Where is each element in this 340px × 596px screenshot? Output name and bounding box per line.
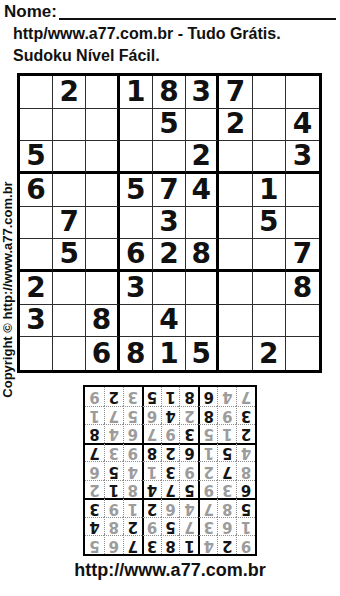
solution-cell-r8c6: 6 bbox=[142, 406, 161, 425]
puzzle-cell-r6c6: 8 bbox=[186, 239, 219, 272]
solution-cell-r1c6: 3 bbox=[142, 535, 161, 554]
puzzle-cell-r1c5: 8 bbox=[153, 76, 186, 109]
solution-cell-r7c9: 8 bbox=[85, 424, 104, 443]
puzzle-cell-r1c1[interactable] bbox=[20, 76, 53, 109]
solution-cell-r9c5: 1 bbox=[161, 387, 180, 406]
site-url-line: http/www.a77.com.br - Tudo Grátis. bbox=[13, 25, 281, 43]
footer-url: http://www.a77.com.br bbox=[0, 560, 340, 581]
solution-cell-r8c4: 2 bbox=[179, 406, 198, 425]
puzzle-cell-r9c9[interactable] bbox=[286, 337, 319, 370]
puzzle-cell-r9c5: 1 bbox=[153, 337, 186, 370]
puzzle-cell-r5c7[interactable] bbox=[219, 207, 252, 240]
solution-cell-r8c5: 4 bbox=[161, 406, 180, 425]
solution-cell-r9c6: 5 bbox=[142, 387, 161, 406]
solution-cell-r7c8: 4 bbox=[104, 424, 123, 443]
solution-cell-r1c2: 2 bbox=[217, 535, 236, 554]
puzzle-cell-r4c1: 6 bbox=[20, 174, 53, 207]
solution-cell-r1c1: 9 bbox=[236, 535, 255, 554]
puzzle-cell-r8c7[interactable] bbox=[219, 305, 252, 338]
solution-cell-r1c7: 7 bbox=[123, 535, 142, 554]
puzzle-cell-r7c4: 3 bbox=[120, 272, 153, 305]
puzzle-cell-r8c2[interactable] bbox=[53, 305, 86, 338]
puzzle-cell-r3c9: 3 bbox=[286, 141, 319, 174]
solution-cell-r4c1: 6 bbox=[236, 480, 255, 499]
puzzle-cell-r5c9[interactable] bbox=[286, 207, 319, 240]
puzzle-cell-r4c8: 1 bbox=[253, 174, 286, 207]
puzzle-cell-r4c6: 4 bbox=[186, 174, 219, 207]
puzzle-cell-r3c6: 2 bbox=[186, 141, 219, 174]
solution-cell-r9c1: 7 bbox=[236, 387, 255, 406]
puzzle-cell-r2c4[interactable] bbox=[120, 109, 153, 142]
solution-cell-r3c1: 5 bbox=[236, 498, 255, 517]
solution-cell-r4c4: 5 bbox=[179, 480, 198, 499]
solution-cell-r2c5: 5 bbox=[161, 517, 180, 536]
puzzle-cell-r7c2[interactable] bbox=[53, 272, 86, 305]
puzzle-cell-r7c7[interactable] bbox=[219, 272, 252, 305]
solution-cell-r4c9: 2 bbox=[85, 480, 104, 499]
name-blank-line[interactable] bbox=[59, 2, 336, 20]
puzzle-cell-r2c7: 2 bbox=[219, 109, 252, 142]
solution-cell-r1c8: 6 bbox=[104, 535, 123, 554]
solution-cell-r6c4: 6 bbox=[179, 443, 198, 462]
worksheet-page: Nome: http/www.a77.com.br - Tudo Grátis.… bbox=[0, 0, 340, 596]
solution-cell-r2c3: 3 bbox=[198, 517, 217, 536]
puzzle-cell-r1c9[interactable] bbox=[286, 76, 319, 109]
solution-cell-r3c8: 9 bbox=[104, 498, 123, 517]
puzzle-cell-r6c4: 6 bbox=[120, 239, 153, 272]
puzzle-cell-r4c4: 5 bbox=[120, 174, 153, 207]
puzzle-cell-r6c1[interactable] bbox=[20, 239, 53, 272]
solution-cell-r6c6: 8 bbox=[142, 443, 161, 462]
solution-cell-r8c9: 1 bbox=[85, 406, 104, 425]
solution-cell-r9c8: 2 bbox=[104, 387, 123, 406]
solution-cell-r6c5: 2 bbox=[161, 443, 180, 462]
puzzle-cell-r5c3[interactable] bbox=[86, 207, 119, 240]
puzzle-cell-r8c4[interactable] bbox=[120, 305, 153, 338]
puzzle-cell-r3c4[interactable] bbox=[120, 141, 153, 174]
solution-cell-r3c9: 3 bbox=[85, 498, 104, 517]
solution-cell-r5c8: 5 bbox=[104, 461, 123, 480]
puzzle-cell-r6c2: 5 bbox=[53, 239, 86, 272]
puzzle-cell-r6c9: 7 bbox=[286, 239, 319, 272]
solution-cell-r9c3: 6 bbox=[198, 387, 217, 406]
solution-cell-r9c4: 8 bbox=[179, 387, 198, 406]
puzzle-cell-r3c5[interactable] bbox=[153, 141, 186, 174]
solution-cell-r7c7: 6 bbox=[123, 424, 142, 443]
puzzle-cell-r3c1: 5 bbox=[20, 141, 53, 174]
puzzle-cell-r4c9[interactable] bbox=[286, 174, 319, 207]
solution-cell-r7c4: 3 bbox=[179, 424, 198, 443]
puzzle-cell-r5c2: 7 bbox=[53, 207, 86, 240]
puzzle-cell-r5c4[interactable] bbox=[120, 207, 153, 240]
puzzle-cell-r8c5: 4 bbox=[153, 305, 186, 338]
solution-cell-r4c5: 7 bbox=[161, 480, 180, 499]
puzzle-cell-r8c9[interactable] bbox=[286, 305, 319, 338]
puzzle-cell-r3c2[interactable] bbox=[53, 141, 86, 174]
name-label: Nome: bbox=[4, 2, 57, 22]
puzzle-cell-r3c7[interactable] bbox=[219, 141, 252, 174]
solution-cell-r5c7: 4 bbox=[123, 461, 142, 480]
puzzle-cell-r8c8[interactable] bbox=[253, 305, 286, 338]
solution-cell-r7c3: 5 bbox=[198, 424, 217, 443]
solution-cell-r5c5: 3 bbox=[161, 461, 180, 480]
solution-cell-r4c7: 8 bbox=[123, 480, 142, 499]
solution-cell-r8c1: 3 bbox=[236, 406, 255, 425]
puzzle-cell-r9c2[interactable] bbox=[53, 337, 86, 370]
solution-cell-r3c3: 7 bbox=[198, 498, 217, 517]
sudoku-board: 21837524523657417355628723838468152 bbox=[17, 73, 322, 373]
solution-cell-r2c6: 9 bbox=[142, 517, 161, 536]
solution-cell-r1c3: 4 bbox=[198, 535, 217, 554]
puzzle-cell-r5c8: 5 bbox=[253, 207, 286, 240]
solution-cell-r7c1: 2 bbox=[236, 424, 255, 443]
solution-cell-r9c7: 3 bbox=[123, 387, 142, 406]
solution-cell-r1c4: 1 bbox=[179, 535, 198, 554]
difficulty-title: Sudoku Nível Fácil. bbox=[13, 47, 160, 65]
puzzle-cell-r2c3[interactable] bbox=[86, 109, 119, 142]
solution-cell-r3c4: 4 bbox=[179, 498, 198, 517]
puzzle-cell-r1c6: 3 bbox=[186, 76, 219, 109]
puzzle-cell-r8c3: 8 bbox=[86, 305, 119, 338]
solution-cell-r6c2: 5 bbox=[217, 443, 236, 462]
puzzle-cell-r7c9: 8 bbox=[286, 272, 319, 305]
puzzle-cell-r1c3[interactable] bbox=[86, 76, 119, 109]
puzzle-cell-r9c4: 8 bbox=[120, 337, 153, 370]
puzzle-cell-r7c3[interactable] bbox=[86, 272, 119, 305]
solution-cell-r7c6: 7 bbox=[142, 424, 161, 443]
sudoku-solution-board: 9241837651637592845874621936395748128729… bbox=[83, 385, 257, 556]
puzzle-cell-r1c7: 7 bbox=[219, 76, 252, 109]
solution-cell-r8c7: 5 bbox=[123, 406, 142, 425]
puzzle-cell-r4c7[interactable] bbox=[219, 174, 252, 207]
solution-cell-r5c1: 8 bbox=[236, 461, 255, 480]
solution-cell-r2c4: 7 bbox=[179, 517, 198, 536]
puzzle-cell-r1c2: 2 bbox=[53, 76, 86, 109]
solution-cell-r5c2: 7 bbox=[217, 461, 236, 480]
puzzle-cell-r2c6[interactable] bbox=[186, 109, 219, 142]
solution-cell-r6c1: 4 bbox=[236, 443, 255, 462]
puzzle-cell-r9c7[interactable] bbox=[219, 337, 252, 370]
solution-cell-r5c3: 2 bbox=[198, 461, 217, 480]
puzzle-cell-r9c8: 2 bbox=[253, 337, 286, 370]
puzzle-cell-r7c8[interactable] bbox=[253, 272, 286, 305]
solution-cell-r4c2: 3 bbox=[217, 480, 236, 499]
solution-cell-r3c6: 2 bbox=[142, 498, 161, 517]
puzzle-cell-r9c3: 6 bbox=[86, 337, 119, 370]
puzzle-cell-r1c4: 1 bbox=[120, 76, 153, 109]
solution-cell-r1c9: 5 bbox=[85, 535, 104, 554]
puzzle-cell-r2c5: 5 bbox=[153, 109, 186, 142]
puzzle-cell-r6c7[interactable] bbox=[219, 239, 252, 272]
puzzle-cell-r2c8[interactable] bbox=[253, 109, 286, 142]
puzzle-cell-r5c5: 3 bbox=[153, 207, 186, 240]
puzzle-cell-r2c9: 4 bbox=[286, 109, 319, 142]
puzzle-cell-r3c8[interactable] bbox=[253, 141, 286, 174]
puzzle-cell-r4c2[interactable] bbox=[53, 174, 86, 207]
puzzle-cell-r9c6: 5 bbox=[186, 337, 219, 370]
puzzle-cell-r3c3[interactable] bbox=[86, 141, 119, 174]
name-row: Nome: bbox=[4, 2, 336, 22]
solution-cell-r2c8: 8 bbox=[104, 517, 123, 536]
puzzle-cell-r8c1: 3 bbox=[20, 305, 53, 338]
solution-cell-r6c8: 3 bbox=[104, 443, 123, 462]
solution-cell-r5c4: 9 bbox=[179, 461, 198, 480]
solution-cell-r5c6: 1 bbox=[142, 461, 161, 480]
solution-cell-r9c2: 4 bbox=[217, 387, 236, 406]
puzzle-cell-r5c1[interactable] bbox=[20, 207, 53, 240]
solution-cell-r6c3: 1 bbox=[198, 443, 217, 462]
solution-cell-r9c9: 9 bbox=[85, 387, 104, 406]
solution-cell-r7c2: 1 bbox=[217, 424, 236, 443]
puzzle-cell-r1c8[interactable] bbox=[253, 76, 286, 109]
solution-cell-r6c7: 9 bbox=[123, 443, 142, 462]
solution-cell-r2c9: 4 bbox=[85, 517, 104, 536]
puzzle-cell-r6c5: 2 bbox=[153, 239, 186, 272]
solution-cell-r6c9: 7 bbox=[85, 443, 104, 462]
solution-cell-r4c8: 1 bbox=[104, 480, 123, 499]
puzzle-cell-r7c1: 2 bbox=[20, 272, 53, 305]
solution-cell-r7c5: 9 bbox=[161, 424, 180, 443]
copyright-vertical-text: Copyright © http://www.a77.com.br bbox=[0, 140, 17, 440]
puzzle-cell-r8c6[interactable] bbox=[186, 305, 219, 338]
solution-cell-r4c3: 9 bbox=[198, 480, 217, 499]
solution-cell-r5c9: 6 bbox=[85, 461, 104, 480]
puzzle-cell-r7c6[interactable] bbox=[186, 272, 219, 305]
solution-cell-r8c2: 9 bbox=[217, 406, 236, 425]
puzzle-cell-r6c3[interactable] bbox=[86, 239, 119, 272]
solution-cell-r3c2: 8 bbox=[217, 498, 236, 517]
puzzle-cell-r5c6[interactable] bbox=[186, 207, 219, 240]
solution-cell-r8c3: 8 bbox=[198, 406, 217, 425]
puzzle-cell-r6c8[interactable] bbox=[253, 239, 286, 272]
solution-cell-r2c1: 1 bbox=[236, 517, 255, 536]
puzzle-cell-r9c1[interactable] bbox=[20, 337, 53, 370]
solution-cell-r3c5: 6 bbox=[161, 498, 180, 517]
puzzle-cell-r4c5: 7 bbox=[153, 174, 186, 207]
puzzle-cell-r2c2[interactable] bbox=[53, 109, 86, 142]
solution-cell-r2c2: 6 bbox=[217, 517, 236, 536]
solution-cell-r4c6: 4 bbox=[142, 480, 161, 499]
puzzle-cell-r7c5[interactable] bbox=[153, 272, 186, 305]
solution-cell-r8c8: 7 bbox=[104, 406, 123, 425]
puzzle-cell-r4c3[interactable] bbox=[86, 174, 119, 207]
solution-cell-r1c5: 8 bbox=[161, 535, 180, 554]
puzzle-cell-r2c1[interactable] bbox=[20, 109, 53, 142]
solution-cell-r2c7: 2 bbox=[123, 517, 142, 536]
solution-cell-r3c7: 1 bbox=[123, 498, 142, 517]
